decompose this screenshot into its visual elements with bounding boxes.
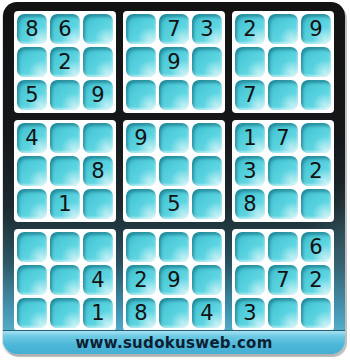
cell-r3c7[interactable]: 7 bbox=[235, 80, 265, 110]
cell-r3c8[interactable] bbox=[268, 80, 298, 110]
cell-r2c9[interactable] bbox=[301, 47, 331, 77]
cell-r5c1[interactable] bbox=[17, 156, 47, 186]
cell-r5c3[interactable]: 8 bbox=[83, 156, 113, 186]
cell-r7c1[interactable] bbox=[17, 232, 47, 262]
cell-r1c5[interactable]: 7 bbox=[159, 14, 189, 44]
cell-r3c9[interactable] bbox=[301, 80, 331, 110]
cell-r9c8[interactable] bbox=[268, 298, 298, 328]
cell-r2c7[interactable] bbox=[235, 47, 265, 77]
cell-r3c4[interactable] bbox=[126, 80, 156, 110]
cell-r7c2[interactable] bbox=[50, 232, 80, 262]
cell-r7c9[interactable]: 6 bbox=[301, 232, 331, 262]
cell-r6c5[interactable]: 5 bbox=[159, 189, 189, 219]
sudoku-board: 8625973929748195173284129846723 bbox=[14, 11, 334, 331]
cell-r9c5[interactable] bbox=[159, 298, 189, 328]
cell-r4c2[interactable] bbox=[50, 123, 80, 153]
sudoku-box-5: 95 bbox=[123, 120, 225, 222]
cell-r7c3[interactable] bbox=[83, 232, 113, 262]
cell-r5c6[interactable] bbox=[192, 156, 222, 186]
cell-r5c8[interactable] bbox=[268, 156, 298, 186]
cell-r4c9[interactable] bbox=[301, 123, 331, 153]
sudoku-box-9: 6723 bbox=[232, 229, 334, 331]
cell-r5c4[interactable] bbox=[126, 156, 156, 186]
sudoku-box-8: 2984 bbox=[123, 229, 225, 331]
cell-r1c8[interactable] bbox=[268, 14, 298, 44]
cell-r4c3[interactable] bbox=[83, 123, 113, 153]
cell-r8c8[interactable]: 7 bbox=[268, 265, 298, 295]
cell-r3c6[interactable] bbox=[192, 80, 222, 110]
sudoku-box-3: 297 bbox=[232, 11, 334, 113]
cell-r5c2[interactable] bbox=[50, 156, 80, 186]
cell-r3c1[interactable]: 5 bbox=[17, 80, 47, 110]
cell-r5c7[interactable]: 3 bbox=[235, 156, 265, 186]
cell-r6c4[interactable] bbox=[126, 189, 156, 219]
cell-r3c3[interactable]: 9 bbox=[83, 80, 113, 110]
cell-r8c7[interactable] bbox=[235, 265, 265, 295]
cell-r5c5[interactable] bbox=[159, 156, 189, 186]
cell-r9c6[interactable]: 4 bbox=[192, 298, 222, 328]
footer-band: www.sudokusweb.com bbox=[3, 330, 345, 354]
cell-r8c2[interactable] bbox=[50, 265, 80, 295]
cell-r1c9[interactable]: 9 bbox=[301, 14, 331, 44]
cell-r8c9[interactable]: 2 bbox=[301, 265, 331, 295]
board-frame: 8625973929748195173284129846723 www.sudo… bbox=[3, 2, 345, 354]
cell-r2c5[interactable]: 9 bbox=[159, 47, 189, 77]
cell-r2c1[interactable] bbox=[17, 47, 47, 77]
cell-r1c2[interactable]: 6 bbox=[50, 14, 80, 44]
cell-r5c9[interactable]: 2 bbox=[301, 156, 331, 186]
cell-r8c1[interactable] bbox=[17, 265, 47, 295]
cell-r4c4[interactable]: 9 bbox=[126, 123, 156, 153]
cell-r8c5[interactable]: 9 bbox=[159, 265, 189, 295]
cell-r9c9[interactable] bbox=[301, 298, 331, 328]
cell-r6c3[interactable] bbox=[83, 189, 113, 219]
cell-r3c5[interactable] bbox=[159, 80, 189, 110]
cell-r7c5[interactable] bbox=[159, 232, 189, 262]
cell-r6c1[interactable] bbox=[17, 189, 47, 219]
cell-r8c3[interactable]: 4 bbox=[83, 265, 113, 295]
cell-r1c3[interactable] bbox=[83, 14, 113, 44]
cell-r4c7[interactable]: 1 bbox=[235, 123, 265, 153]
sudoku-box-1: 86259 bbox=[14, 11, 116, 113]
sudoku-box-2: 739 bbox=[123, 11, 225, 113]
cell-r6c9[interactable] bbox=[301, 189, 331, 219]
cell-r9c2[interactable] bbox=[50, 298, 80, 328]
page: 8625973929748195173284129846723 www.sudo… bbox=[0, 0, 350, 360]
cell-r1c7[interactable]: 2 bbox=[235, 14, 265, 44]
cell-r2c6[interactable] bbox=[192, 47, 222, 77]
sudoku-box-7: 41 bbox=[14, 229, 116, 331]
cell-r8c4[interactable]: 2 bbox=[126, 265, 156, 295]
cell-r4c5[interactable] bbox=[159, 123, 189, 153]
cell-r9c4[interactable]: 8 bbox=[126, 298, 156, 328]
cell-r2c2[interactable]: 2 bbox=[50, 47, 80, 77]
cell-r7c8[interactable] bbox=[268, 232, 298, 262]
cell-r9c7[interactable]: 3 bbox=[235, 298, 265, 328]
cell-r6c7[interactable]: 8 bbox=[235, 189, 265, 219]
cell-r7c6[interactable] bbox=[192, 232, 222, 262]
sudoku-box-4: 481 bbox=[14, 120, 116, 222]
cell-r2c3[interactable] bbox=[83, 47, 113, 77]
cell-r2c4[interactable] bbox=[126, 47, 156, 77]
cell-r1c1[interactable]: 8 bbox=[17, 14, 47, 44]
cell-r2c8[interactable] bbox=[268, 47, 298, 77]
cell-r7c4[interactable] bbox=[126, 232, 156, 262]
cell-r1c4[interactable] bbox=[126, 14, 156, 44]
cell-r9c3[interactable]: 1 bbox=[83, 298, 113, 328]
cell-r4c6[interactable] bbox=[192, 123, 222, 153]
cell-r3c2[interactable] bbox=[50, 80, 80, 110]
site-url-link[interactable]: www.sudokusweb.com bbox=[75, 334, 272, 352]
sudoku-box-6: 17328 bbox=[232, 120, 334, 222]
cell-r4c1[interactable]: 4 bbox=[17, 123, 47, 153]
cell-r8c6[interactable] bbox=[192, 265, 222, 295]
cell-r7c7[interactable] bbox=[235, 232, 265, 262]
cell-r9c1[interactable] bbox=[17, 298, 47, 328]
cell-r1c6[interactable]: 3 bbox=[192, 14, 222, 44]
cell-r6c6[interactable] bbox=[192, 189, 222, 219]
cell-r6c2[interactable]: 1 bbox=[50, 189, 80, 219]
cell-r4c8[interactable]: 7 bbox=[268, 123, 298, 153]
cell-r6c8[interactable] bbox=[268, 189, 298, 219]
